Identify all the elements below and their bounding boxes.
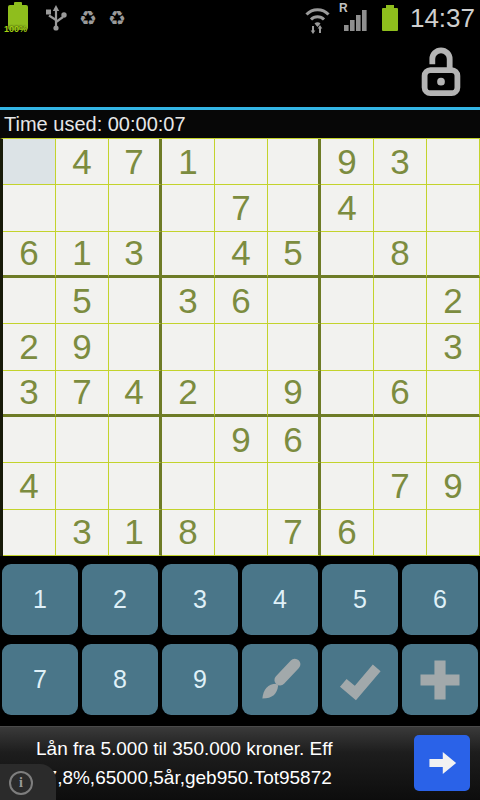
cell-r2c3[interactable] <box>162 232 215 278</box>
cell-r3c1[interactable]: 5 <box>56 278 109 324</box>
key-3-label: 3 <box>193 585 207 614</box>
key-6-label: 6 <box>433 585 447 614</box>
cell-r1c7[interactable] <box>374 185 427 231</box>
cell-r7c6[interactable] <box>321 463 374 509</box>
cell-r6c4[interactable]: 9 <box>215 417 268 463</box>
key-5-label: 5 <box>353 585 367 614</box>
cell-r3c8[interactable]: 2 <box>427 278 480 324</box>
cell-r2c8[interactable] <box>427 232 480 278</box>
usb-icon <box>44 4 68 32</box>
cell-r1c2[interactable] <box>109 185 162 231</box>
cell-r1c0[interactable] <box>3 185 56 231</box>
cell-r5c1[interactable]: 7 <box>56 371 109 417</box>
ad-text: Lån fra 5.000 til 350.000 kroner. Eff 17… <box>36 734 332 792</box>
cell-r6c3[interactable] <box>162 417 215 463</box>
cell-r4c3[interactable] <box>162 324 215 370</box>
cell-r3c5[interactable] <box>268 278 321 324</box>
sync-icon: ♻ <box>79 8 97 28</box>
cell-r8c3[interactable]: 8 <box>162 510 215 556</box>
cell-r2c2[interactable]: 3 <box>109 232 162 278</box>
cell-r4c1[interactable]: 9 <box>56 324 109 370</box>
cell-r4c0[interactable]: 2 <box>3 324 56 370</box>
battery-100-icon: 100% <box>5 2 33 34</box>
cell-r1c4[interactable]: 7 <box>215 185 268 231</box>
brush-button[interactable] <box>242 644 318 715</box>
sync-icon: ♻ <box>108 8 126 28</box>
cell-r3c3[interactable]: 3 <box>162 278 215 324</box>
cell-r6c1[interactable] <box>56 417 109 463</box>
cell-r4c2[interactable] <box>109 324 162 370</box>
timer-label: Time used: 00:00:07 <box>4 113 186 136</box>
ad-cta-button[interactable] <box>414 735 470 791</box>
cell-r8c8[interactable] <box>427 510 480 556</box>
plus-button[interactable] <box>402 644 478 715</box>
action-bar <box>0 36 480 110</box>
cell-r3c4[interactable]: 6 <box>215 278 268 324</box>
clock-text: 14:37 <box>410 3 475 34</box>
cell-r7c3[interactable] <box>162 463 215 509</box>
cell-r7c7[interactable]: 7 <box>374 463 427 509</box>
cell-r0c5[interactable] <box>268 139 321 185</box>
cell-r5c7[interactable]: 6 <box>374 371 427 417</box>
cell-r8c2[interactable]: 1 <box>109 510 162 556</box>
key-6[interactable]: 6 <box>402 564 478 635</box>
cell-r7c1[interactable] <box>56 463 109 509</box>
cell-r7c5[interactable] <box>268 463 321 509</box>
key-7-label: 7 <box>33 665 47 694</box>
cell-r0c8[interactable] <box>427 139 480 185</box>
cell-r0c3[interactable]: 1 <box>162 139 215 185</box>
brush-icon <box>254 654 306 706</box>
cell-r2c6[interactable] <box>321 232 374 278</box>
cell-r5c0[interactable]: 3 <box>3 371 56 417</box>
cell-r3c6[interactable] <box>321 278 374 324</box>
cell-r8c4[interactable] <box>215 510 268 556</box>
sudoku-grid: 471937461345853622933742969647931876 <box>0 138 480 556</box>
cell-r2c1[interactable]: 1 <box>56 232 109 278</box>
cell-r5c6[interactable] <box>321 371 374 417</box>
ad-line1: Lån fra 5.000 til 350.000 kroner. Eff <box>36 734 332 763</box>
cell-r7c0[interactable]: 4 <box>3 463 56 509</box>
ad-banner[interactable]: Lån fra 5.000 til 350.000 kroner. Eff 17… <box>0 726 480 800</box>
cell-r4c8[interactable]: 3 <box>427 324 480 370</box>
cell-r5c2[interactable]: 4 <box>109 371 162 417</box>
cell-r8c6[interactable]: 6 <box>321 510 374 556</box>
key-2-label: 2 <box>113 585 127 614</box>
cell-r4c5[interactable] <box>268 324 321 370</box>
cell-r4c6[interactable] <box>321 324 374 370</box>
cell-r6c7[interactable] <box>374 417 427 463</box>
cell-r0c6[interactable]: 9 <box>321 139 374 185</box>
key-9-label: 9 <box>193 665 207 694</box>
cell-r5c3[interactable]: 2 <box>162 371 215 417</box>
cell-r6c6[interactable] <box>321 417 374 463</box>
cell-r5c8[interactable] <box>427 371 480 417</box>
cell-r2c5[interactable]: 5 <box>268 232 321 278</box>
unlock-icon[interactable] <box>414 45 468 99</box>
battery-icon <box>381 3 399 33</box>
cell-r6c8[interactable] <box>427 417 480 463</box>
cell-r1c8[interactable] <box>427 185 480 231</box>
cell-r0c1[interactable]: 4 <box>56 139 109 185</box>
cell-r3c2[interactable] <box>109 278 162 324</box>
cell-r3c0[interactable] <box>3 278 56 324</box>
cell-r8c1[interactable]: 3 <box>56 510 109 556</box>
cell-r6c0[interactable] <box>3 417 56 463</box>
check-icon <box>334 654 386 706</box>
key-9[interactable]: 9 <box>162 644 238 715</box>
cell-r1c1[interactable] <box>56 185 109 231</box>
cell-r0c2[interactable]: 7 <box>109 139 162 185</box>
cell-r0c0[interactable] <box>3 139 56 185</box>
cell-r8c7[interactable] <box>374 510 427 556</box>
plus-icon <box>414 654 466 706</box>
arrow-right-icon <box>420 741 464 785</box>
cell-r6c2[interactable] <box>109 417 162 463</box>
cell-r2c4[interactable]: 4 <box>215 232 268 278</box>
cell-r7c8[interactable]: 9 <box>427 463 480 509</box>
key-2[interactable]: 2 <box>82 564 158 635</box>
cell-r2c7[interactable]: 8 <box>374 232 427 278</box>
key-7[interactable]: 7 <box>2 644 78 715</box>
cell-r4c7[interactable] <box>374 324 427 370</box>
cell-r8c0[interactable] <box>3 510 56 556</box>
ad-line2: 17,8%,65000,5år,geb950.Tot95872 <box>36 763 332 792</box>
cell-r2c0[interactable]: 6 <box>3 232 56 278</box>
cell-r5c4[interactable] <box>215 371 268 417</box>
cell-r7c4[interactable] <box>215 463 268 509</box>
key-5[interactable]: 5 <box>322 564 398 635</box>
key-8-label: 8 <box>113 665 127 694</box>
wifi-icon <box>304 3 331 34</box>
cell-r1c5[interactable] <box>268 185 321 231</box>
cell-r1c3[interactable] <box>162 185 215 231</box>
cell-r8c5[interactable]: 7 <box>268 510 321 556</box>
signal-bars-icon: R <box>342 3 370 33</box>
timer-bar: Time used: 00:00:07 <box>0 110 480 138</box>
cell-r0c4[interactable] <box>215 139 268 185</box>
battery-percent-label: 100% <box>4 24 27 34</box>
key-1-label: 1 <box>33 585 47 614</box>
cell-r6c5[interactable]: 6 <box>268 417 321 463</box>
status-bar: 100% ♻ ♻ <box>0 0 480 36</box>
cell-r1c6[interactable]: 4 <box>321 185 374 231</box>
key-1[interactable]: 1 <box>2 564 78 635</box>
check-button[interactable] <box>322 644 398 715</box>
info-icon: i <box>9 771 33 795</box>
cell-r3c7[interactable] <box>374 278 427 324</box>
ad-info-button[interactable]: i <box>0 764 56 800</box>
cell-r5c5[interactable]: 9 <box>268 371 321 417</box>
keypad: 1 2 3 4 5 6 7 8 9 <box>0 564 480 715</box>
key-3[interactable]: 3 <box>162 564 238 635</box>
cell-r0c7[interactable]: 3 <box>374 139 427 185</box>
cell-r4c4[interactable] <box>215 324 268 370</box>
key-8[interactable]: 8 <box>82 644 158 715</box>
key-4[interactable]: 4 <box>242 564 318 635</box>
cell-r7c2[interactable] <box>109 463 162 509</box>
key-4-label: 4 <box>273 585 287 614</box>
